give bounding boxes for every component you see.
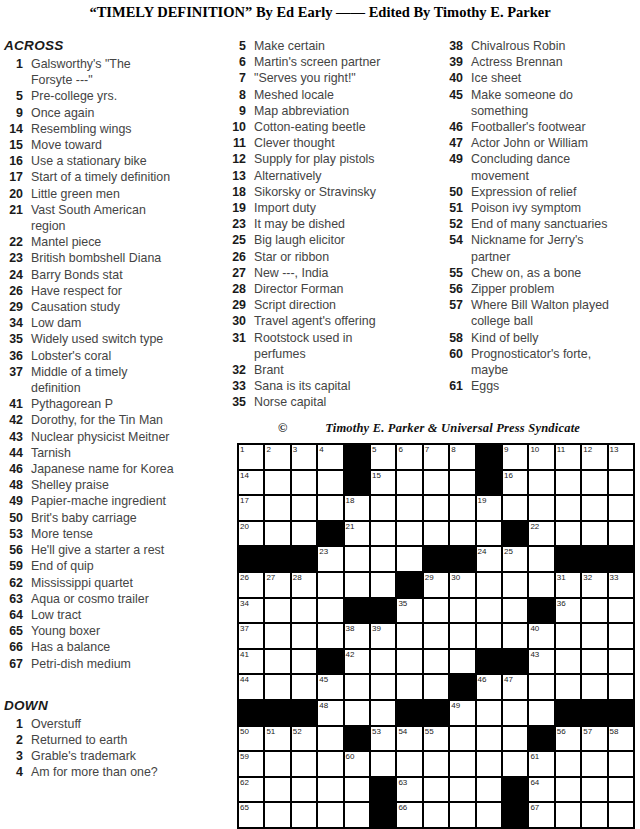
grid-cell[interactable]: 4 xyxy=(317,444,343,470)
grid-cell[interactable] xyxy=(344,572,370,598)
clue-item: 18Sikorsky or Stravinsky xyxy=(231,184,434,200)
grid-cell[interactable] xyxy=(608,470,634,496)
grid-cell[interactable]: 45 xyxy=(317,674,343,700)
clue-number: 52 xyxy=(436,216,463,232)
grid-cell[interactable]: 62 xyxy=(238,777,264,803)
grid-cell[interactable] xyxy=(476,700,502,726)
grid-cell[interactable]: 8 xyxy=(449,444,475,470)
grid-cell[interactable] xyxy=(317,495,343,521)
grid-cell[interactable] xyxy=(555,674,581,700)
clue-number: 35 xyxy=(4,331,23,347)
grid-cell[interactable] xyxy=(502,572,528,598)
grid-cell[interactable] xyxy=(264,495,290,521)
clue-text: Ice sheet xyxy=(471,70,521,86)
clue-text: He'll give a starter a rest xyxy=(31,542,164,558)
grid-cell[interactable] xyxy=(608,521,634,547)
grid-cell[interactable] xyxy=(423,470,449,496)
grid-cell[interactable] xyxy=(370,649,396,675)
grid-cell[interactable] xyxy=(423,623,449,649)
clue-item: 47Actor John or William xyxy=(436,135,640,151)
grid-cell[interactable]: 38 xyxy=(344,623,370,649)
grid-cell-black xyxy=(502,802,528,828)
grid-cell-black xyxy=(238,546,264,572)
clue-text: End of quip xyxy=(31,558,94,574)
clue-number: 59 xyxy=(4,558,23,574)
grid-cell[interactable] xyxy=(291,777,317,803)
clue-number: 43 xyxy=(4,429,23,445)
grid-cell[interactable] xyxy=(396,546,422,572)
clue-item: 35Norse capital xyxy=(231,394,434,410)
grid-cell[interactable] xyxy=(423,521,449,547)
grid-cell[interactable] xyxy=(423,751,449,777)
grid-cell[interactable] xyxy=(476,751,502,777)
clue-item: 14Resembling wings xyxy=(4,121,231,137)
grid-cell[interactable]: 31 xyxy=(555,572,581,598)
grid-cell[interactable] xyxy=(423,649,449,675)
grid-cell[interactable] xyxy=(317,751,343,777)
clue-number: 64 xyxy=(4,607,23,623)
grid-cell-black xyxy=(423,546,449,572)
grid-cell[interactable] xyxy=(581,598,607,624)
grid-cell[interactable] xyxy=(608,598,634,624)
grid-cell[interactable] xyxy=(291,598,317,624)
clue-text: Expression of relief xyxy=(471,184,576,200)
grid-cell[interactable] xyxy=(608,751,634,777)
grid-cell[interactable] xyxy=(264,598,290,624)
clue-number: 5 xyxy=(4,88,23,104)
grid-cell[interactable] xyxy=(581,649,607,675)
grid-cell[interactable] xyxy=(291,649,317,675)
grid-cell[interactable] xyxy=(264,802,290,828)
grid-cell[interactable]: 20 xyxy=(238,521,264,547)
grid-cell[interactable] xyxy=(449,495,475,521)
grid-cell[interactable] xyxy=(344,546,370,572)
grid-cell[interactable]: 60 xyxy=(344,751,370,777)
clue-item: 27New ---, India xyxy=(231,265,434,281)
grid-cell[interactable] xyxy=(555,649,581,675)
grid-cell[interactable] xyxy=(581,777,607,803)
clue-text: Chew on, as a bone xyxy=(471,265,581,281)
clue-number: 61 xyxy=(436,378,463,394)
cell-number: 37 xyxy=(240,624,249,633)
grid-cell[interactable]: 1 xyxy=(238,444,264,470)
grid-cell[interactable]: 42 xyxy=(344,649,370,675)
grid-cell[interactable] xyxy=(264,521,290,547)
grid-cell[interactable] xyxy=(555,623,581,649)
clue-item: 60Prognosticator's forte, maybe xyxy=(436,346,640,378)
grid-cell[interactable]: 18 xyxy=(344,495,370,521)
grid-cell[interactable] xyxy=(291,674,317,700)
grid-cell[interactable] xyxy=(317,470,343,496)
grid-cell-black xyxy=(396,572,422,598)
clue-number: 18 xyxy=(231,184,246,200)
cell-number: 67 xyxy=(530,803,539,812)
grid-cell[interactable] xyxy=(317,777,343,803)
grid-cell[interactable]: 54 xyxy=(396,726,422,752)
grid-cell[interactable] xyxy=(449,470,475,496)
grid-cell-black xyxy=(608,700,634,726)
cell-number: 36 xyxy=(557,599,566,608)
grid-cell[interactable] xyxy=(581,470,607,496)
grid-cell[interactable]: 67 xyxy=(528,802,554,828)
grid-cell[interactable]: 5 xyxy=(370,444,396,470)
grid-cell[interactable]: 17 xyxy=(238,495,264,521)
grid-cell[interactable]: 14 xyxy=(238,470,264,496)
cell-number: 6 xyxy=(398,445,402,454)
clue-text: Tarnish xyxy=(31,445,71,461)
grid-cell[interactable]: 43 xyxy=(528,649,554,675)
clue-number: 37 xyxy=(4,364,23,396)
grid-cell[interactable] xyxy=(370,700,396,726)
grid-cell[interactable]: 36 xyxy=(555,598,581,624)
grid-cell-black xyxy=(344,444,370,470)
grid-cell[interactable] xyxy=(264,649,290,675)
clue-item: 1Galsworthy's "The Forsyte ---" xyxy=(4,56,231,88)
grid-cell[interactable]: 29 xyxy=(423,572,449,598)
clue-item: 9Map abbreviation xyxy=(231,103,434,119)
grid-cell-black xyxy=(291,700,317,726)
grid-cell[interactable]: 27 xyxy=(264,572,290,598)
clue-number: 9 xyxy=(231,103,246,119)
cell-number: 25 xyxy=(504,547,513,556)
grid-cell[interactable] xyxy=(555,802,581,828)
grid-cell[interactable] xyxy=(528,572,554,598)
grid-cell[interactable] xyxy=(396,674,422,700)
grid-cell[interactable] xyxy=(264,623,290,649)
cell-number: 14 xyxy=(240,471,249,480)
grid-cell[interactable] xyxy=(555,777,581,803)
grid-cell[interactable] xyxy=(291,495,317,521)
clue-item: 50Brit's baby carriage xyxy=(4,510,231,526)
clue-text: Low tract xyxy=(31,607,81,623)
clue-text: Barry Bonds stat xyxy=(31,267,123,283)
grid-cell[interactable] xyxy=(476,598,502,624)
cell-number: 60 xyxy=(346,752,355,761)
clue-text: Poison ivy symptom xyxy=(471,200,581,216)
cell-number: 58 xyxy=(610,727,619,736)
clue-item: 6Martin's screen partner xyxy=(231,54,434,70)
grid-cell[interactable] xyxy=(370,751,396,777)
grid-cell[interactable]: 19 xyxy=(476,495,502,521)
grid-cell[interactable]: 64 xyxy=(528,777,554,803)
clue-number: 40 xyxy=(436,70,463,86)
grid-cell[interactable]: 49 xyxy=(449,700,475,726)
clue-number: 65 xyxy=(4,623,23,639)
grid-cell[interactable] xyxy=(449,623,475,649)
grid-cell[interactable]: 61 xyxy=(528,751,554,777)
grid-cell[interactable]: 25 xyxy=(502,546,528,572)
grid-cell[interactable] xyxy=(344,674,370,700)
grid-cell[interactable] xyxy=(608,674,634,700)
clue-text: Pre-college yrs. xyxy=(31,88,117,104)
grid-cell[interactable] xyxy=(423,777,449,803)
grid-cell[interactable] xyxy=(264,470,290,496)
grid-cell[interactable] xyxy=(502,598,528,624)
clue-number: 14 xyxy=(4,121,23,137)
grid-cell[interactable]: 63 xyxy=(396,777,422,803)
grid-cell[interactable] xyxy=(396,470,422,496)
grid-cell[interactable]: 6 xyxy=(396,444,422,470)
clue-item: 56Zipper problem xyxy=(436,281,640,297)
clue-item: 67Petri-dish medium xyxy=(4,656,231,672)
grid-cell[interactable]: 3 xyxy=(291,444,317,470)
grid-cell[interactable] xyxy=(370,572,396,598)
grid-cell[interactable] xyxy=(476,802,502,828)
clue-text: Prognosticator's forte, maybe xyxy=(471,346,591,378)
clue-item: 49Concluding dance movement xyxy=(436,151,640,183)
grid-cell[interactable]: 51 xyxy=(264,726,290,752)
grid-cell[interactable] xyxy=(581,802,607,828)
grid-cell[interactable] xyxy=(291,802,317,828)
clue-item: 62Mississippi quartet xyxy=(4,575,231,591)
grid-cell[interactable] xyxy=(555,470,581,496)
grid-cell[interactable]: 59 xyxy=(238,751,264,777)
grid-cell[interactable] xyxy=(449,521,475,547)
clue-text: Dorothy, for the Tin Man xyxy=(31,412,163,428)
grid-cell[interactable] xyxy=(344,700,370,726)
grid-cell[interactable]: 10 xyxy=(528,444,554,470)
grid-cell[interactable]: 9 xyxy=(502,444,528,470)
clue-text: Script direction xyxy=(254,297,336,313)
grid-cell[interactable] xyxy=(370,495,396,521)
grid-cell[interactable]: 52 xyxy=(291,726,317,752)
grid-cell[interactable]: 46 xyxy=(476,674,502,700)
grid-cell[interactable] xyxy=(476,572,502,598)
grid-cell[interactable] xyxy=(502,751,528,777)
grid-cell[interactable]: 33 xyxy=(608,572,634,598)
grid-cell[interactable] xyxy=(502,726,528,752)
grid-cell[interactable] xyxy=(317,726,343,752)
grid-cell[interactable]: 12 xyxy=(581,444,607,470)
grid-cell[interactable] xyxy=(476,623,502,649)
grid-cell[interactable]: 57 xyxy=(581,726,607,752)
clue-item: 45Make someone do something xyxy=(436,87,640,119)
copyright-icon: © xyxy=(278,421,287,436)
cell-number: 62 xyxy=(240,778,249,787)
grid-cell[interactable] xyxy=(396,495,422,521)
grid-cell[interactable]: 30 xyxy=(449,572,475,598)
grid-cell[interactable]: 34 xyxy=(238,598,264,624)
clue-number: 27 xyxy=(231,265,246,281)
grid-cell[interactable] xyxy=(581,495,607,521)
grid-cell[interactable] xyxy=(528,700,554,726)
grid-cell[interactable]: 15 xyxy=(370,470,396,496)
grid-cell[interactable] xyxy=(502,700,528,726)
grid-cell[interactable] xyxy=(502,495,528,521)
grid-cell[interactable] xyxy=(423,495,449,521)
grid-cell[interactable]: 41 xyxy=(238,649,264,675)
clue-text: Cotton-eating beetle xyxy=(254,119,366,135)
clue-text: British bombshell Diana xyxy=(31,250,161,266)
clue-text: Import duty xyxy=(254,200,316,216)
grid-cell[interactable] xyxy=(608,777,634,803)
grid-cell[interactable] xyxy=(370,521,396,547)
clue-item: 53More tense xyxy=(4,526,231,542)
cell-number: 51 xyxy=(266,727,275,736)
grid-cell[interactable] xyxy=(581,751,607,777)
grid-cell[interactable]: 37 xyxy=(238,623,264,649)
clue-item: 29Causation study xyxy=(4,299,231,315)
grid-cell[interactable] xyxy=(291,751,317,777)
cell-number: 39 xyxy=(372,624,381,633)
grid-cell[interactable] xyxy=(449,649,475,675)
clue-item: 12Supply for play pistols xyxy=(231,151,434,167)
grid-cell[interactable] xyxy=(528,470,554,496)
grid-cell[interactable] xyxy=(476,726,502,752)
clue-text: Nickname for Jerry's partner xyxy=(471,232,584,264)
grid-cell[interactable] xyxy=(528,546,554,572)
grid-cell[interactable] xyxy=(555,495,581,521)
grid-cell[interactable]: 56 xyxy=(555,726,581,752)
clue-number: 11 xyxy=(231,135,246,151)
grid-cell[interactable] xyxy=(476,521,502,547)
grid-cell[interactable] xyxy=(581,674,607,700)
clue-number: 20 xyxy=(4,186,23,202)
cell-number: 2 xyxy=(266,445,270,454)
grid-cell[interactable] xyxy=(449,598,475,624)
grid-cell[interactable] xyxy=(264,674,290,700)
grid-cell[interactable] xyxy=(291,521,317,547)
grid-cell[interactable]: 11 xyxy=(555,444,581,470)
clue-number: 28 xyxy=(231,281,246,297)
grid-cell[interactable] xyxy=(317,623,343,649)
clue-text: Galsworthy's "The Forsyte ---" xyxy=(31,56,131,88)
clue-number: 47 xyxy=(436,135,463,151)
grid-cell[interactable] xyxy=(608,649,634,675)
grid-cell[interactable] xyxy=(608,495,634,521)
grid-cell[interactable]: 2 xyxy=(264,444,290,470)
grid-cell[interactable] xyxy=(423,802,449,828)
clue-number: 32 xyxy=(231,362,246,378)
grid-cell[interactable]: 7 xyxy=(423,444,449,470)
clue-item: 4Am for more than one? xyxy=(4,764,231,780)
grid-cell[interactable]: 32 xyxy=(581,572,607,598)
grid-cell[interactable] xyxy=(317,802,343,828)
clue-item: 26Have respect for xyxy=(4,283,231,299)
grid-cell[interactable]: 39 xyxy=(370,623,396,649)
grid-cell[interactable] xyxy=(528,674,554,700)
grid-cell[interactable] xyxy=(581,623,607,649)
grid-cell[interactable] xyxy=(502,623,528,649)
grid-cell[interactable] xyxy=(317,598,343,624)
clue-text: Aqua or cosmo trailer xyxy=(31,591,149,607)
grid-cell[interactable] xyxy=(344,777,370,803)
grid-cell[interactable] xyxy=(555,751,581,777)
clue-item: 19Import duty xyxy=(231,200,434,216)
cell-number: 38 xyxy=(346,624,355,633)
grid-cell[interactable] xyxy=(449,726,475,752)
grid-cell[interactable] xyxy=(449,751,475,777)
clue-text: Actress Brennan xyxy=(471,54,563,70)
grid-cell[interactable] xyxy=(396,521,422,547)
grid-cell[interactable]: 40 xyxy=(528,623,554,649)
grid-cell[interactable] xyxy=(317,572,343,598)
cell-number: 27 xyxy=(266,573,275,582)
cell-number: 9 xyxy=(504,445,508,454)
clue-number: 56 xyxy=(436,281,463,297)
grid-cell[interactable]: 24 xyxy=(476,546,502,572)
grid-cell[interactable]: 47 xyxy=(502,674,528,700)
grid-cell[interactable]: 44 xyxy=(238,674,264,700)
grid-cell[interactable]: 21 xyxy=(344,521,370,547)
grid-cell[interactable] xyxy=(291,623,317,649)
grid-cell[interactable]: 16 xyxy=(502,470,528,496)
grid-cell[interactable]: 28 xyxy=(291,572,317,598)
clue-text: Sikorsky or Stravinsky xyxy=(254,184,376,200)
clue-item: 13Alternatively xyxy=(231,168,434,184)
grid-cell[interactable] xyxy=(449,802,475,828)
clue-text: Lobster's coral xyxy=(31,348,111,364)
cell-number: 15 xyxy=(372,471,381,480)
grid-cell[interactable] xyxy=(476,777,502,803)
grid-cell[interactable]: 26 xyxy=(238,572,264,598)
grid-cell[interactable]: 55 xyxy=(423,726,449,752)
grid-cell-black xyxy=(476,649,502,675)
grid-cell-black xyxy=(608,546,634,572)
cell-number: 45 xyxy=(319,675,328,684)
grid-cell[interactable] xyxy=(423,674,449,700)
grid-cell[interactable] xyxy=(291,470,317,496)
clue-text: Nuclear physicist Meitner xyxy=(31,429,169,445)
grid-cell[interactable] xyxy=(555,521,581,547)
clue-text: Once again xyxy=(31,105,94,121)
grid-cell[interactable]: 48 xyxy=(317,700,343,726)
cell-number: 29 xyxy=(425,573,434,582)
grid-cell[interactable]: 13 xyxy=(608,444,634,470)
grid-cell[interactable] xyxy=(370,674,396,700)
clue-item: 42Dorothy, for the Tin Man xyxy=(4,412,231,428)
grid-cell[interactable] xyxy=(608,802,634,828)
clue-item: 59End of quip xyxy=(4,558,231,574)
grid-cell[interactable]: 58 xyxy=(608,726,634,752)
clue-text: Returned to earth xyxy=(31,732,127,748)
clue-text: Eggs xyxy=(471,378,499,394)
grid-cell[interactable] xyxy=(396,751,422,777)
grid-cell[interactable]: 50 xyxy=(238,726,264,752)
grid-cell[interactable] xyxy=(423,598,449,624)
grid-cell[interactable]: 23 xyxy=(317,546,343,572)
grid-cell[interactable] xyxy=(264,777,290,803)
grid-cell[interactable] xyxy=(344,802,370,828)
grid-cell[interactable]: 35 xyxy=(396,598,422,624)
grid-cell[interactable] xyxy=(449,777,475,803)
grid-cell[interactable] xyxy=(581,521,607,547)
grid-cell[interactable] xyxy=(528,495,554,521)
grid-cell[interactable] xyxy=(264,751,290,777)
clue-text: Resembling wings xyxy=(31,121,132,137)
grid-cell[interactable] xyxy=(370,546,396,572)
clue-text: "Serves you right!" xyxy=(254,70,356,86)
grid-cell[interactable] xyxy=(608,623,634,649)
grid-cell[interactable]: 66 xyxy=(396,802,422,828)
clue-item: 20Little green men xyxy=(4,186,231,202)
clue-text: Sana is its capital xyxy=(254,378,350,394)
clue-number: 45 xyxy=(436,87,463,119)
cell-number: 22 xyxy=(530,522,539,531)
clue-text: Papier-mache ingredient xyxy=(31,493,166,509)
clue-text: Big laugh elicitor xyxy=(254,232,345,248)
grid-cell[interactable]: 65 xyxy=(238,802,264,828)
cell-number: 46 xyxy=(478,675,487,684)
clue-text: Make certain xyxy=(254,38,325,54)
clue-number: 67 xyxy=(4,656,23,672)
clue-item: 2Returned to earth xyxy=(4,732,231,748)
grid-cell[interactable]: 22 xyxy=(528,521,554,547)
grid-cell[interactable] xyxy=(396,649,422,675)
clue-text: Norse capital xyxy=(254,394,326,410)
grid-cell[interactable]: 53 xyxy=(370,726,396,752)
grid-cell[interactable] xyxy=(396,623,422,649)
